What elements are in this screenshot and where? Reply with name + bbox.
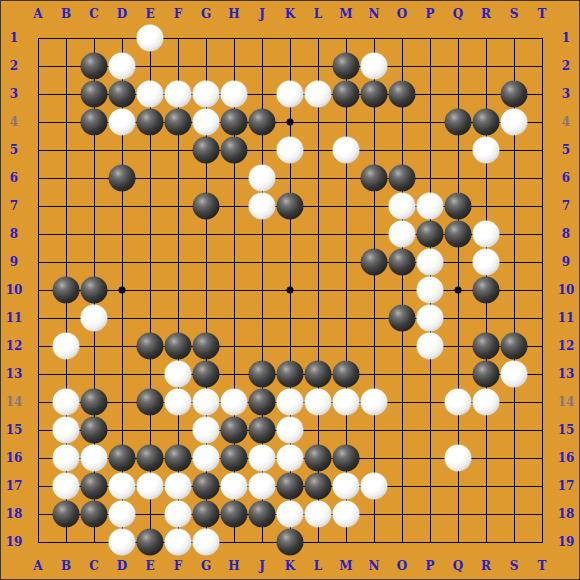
stone-white bbox=[473, 249, 500, 276]
column-label: Q bbox=[453, 8, 463, 20]
row-label: 13 bbox=[558, 368, 575, 380]
stone-black bbox=[221, 109, 248, 136]
column-label: T bbox=[538, 560, 547, 572]
row-label: 9 bbox=[562, 256, 570, 268]
column-label: H bbox=[228, 560, 239, 572]
row-label: 15 bbox=[558, 424, 575, 436]
grid-line-vertical bbox=[542, 38, 543, 543]
grid-line-vertical bbox=[374, 38, 375, 543]
column-label: C bbox=[89, 8, 99, 20]
stone-black bbox=[193, 333, 220, 360]
stone-white bbox=[221, 473, 248, 500]
stone-black bbox=[193, 361, 220, 388]
stone-black bbox=[445, 221, 472, 248]
stone-black bbox=[53, 501, 80, 528]
stone-white bbox=[53, 445, 80, 472]
stone-black bbox=[109, 81, 136, 108]
stone-white bbox=[277, 81, 304, 108]
stone-black bbox=[81, 53, 108, 80]
stone-black bbox=[473, 361, 500, 388]
column-label: J bbox=[259, 560, 265, 572]
column-label: E bbox=[145, 8, 154, 20]
stone-black bbox=[221, 137, 248, 164]
stone-black bbox=[81, 473, 108, 500]
row-label: 6 bbox=[562, 172, 570, 184]
stone-white bbox=[53, 389, 80, 416]
stone-black bbox=[221, 501, 248, 528]
stone-black bbox=[361, 165, 388, 192]
column-label: G bbox=[201, 8, 211, 20]
row-label: 2 bbox=[562, 60, 570, 72]
column-label: B bbox=[61, 560, 71, 572]
row-label: 1 bbox=[10, 32, 18, 44]
stone-black bbox=[165, 109, 192, 136]
column-label: M bbox=[339, 8, 352, 20]
row-label: 14 bbox=[558, 396, 575, 408]
row-label: 8 bbox=[562, 228, 570, 240]
stone-white bbox=[501, 109, 528, 136]
stone-white bbox=[137, 473, 164, 500]
star-point bbox=[119, 287, 126, 294]
stone-white bbox=[361, 473, 388, 500]
stone-black bbox=[249, 501, 276, 528]
stone-white bbox=[193, 529, 220, 556]
stone-black bbox=[81, 389, 108, 416]
stone-white bbox=[501, 361, 528, 388]
stone-black bbox=[81, 277, 108, 304]
stone-black bbox=[193, 473, 220, 500]
stone-white bbox=[473, 389, 500, 416]
row-label: 1 bbox=[562, 32, 570, 44]
stone-black bbox=[501, 81, 528, 108]
row-label: 18 bbox=[558, 508, 575, 520]
row-label: 4 bbox=[10, 116, 18, 128]
stone-black bbox=[193, 501, 220, 528]
row-label: 11 bbox=[6, 312, 23, 324]
column-label: R bbox=[481, 8, 491, 20]
stone-black bbox=[277, 473, 304, 500]
stone-black bbox=[165, 445, 192, 472]
row-label: 12 bbox=[558, 340, 575, 352]
column-label: O bbox=[397, 560, 407, 572]
stone-white bbox=[333, 389, 360, 416]
row-label: 12 bbox=[6, 340, 23, 352]
column-label: R bbox=[481, 560, 491, 572]
grid-line-horizontal bbox=[38, 346, 543, 347]
column-label: H bbox=[228, 8, 239, 20]
column-label: F bbox=[174, 8, 183, 20]
stone-white bbox=[277, 501, 304, 528]
row-label: 17 bbox=[6, 480, 23, 492]
column-label: K bbox=[285, 8, 295, 20]
stone-white bbox=[165, 81, 192, 108]
column-label: F bbox=[174, 560, 183, 572]
stone-white bbox=[221, 389, 248, 416]
row-label: 2 bbox=[10, 60, 18, 72]
stone-black bbox=[305, 473, 332, 500]
column-label: T bbox=[538, 8, 547, 20]
stone-white bbox=[389, 221, 416, 248]
column-label: L bbox=[314, 8, 322, 20]
stone-white bbox=[221, 81, 248, 108]
grid-line-horizontal bbox=[38, 318, 543, 319]
stone-black bbox=[389, 249, 416, 276]
column-label: N bbox=[369, 560, 380, 572]
column-label: M bbox=[339, 560, 352, 572]
stone-white bbox=[277, 417, 304, 444]
column-label: S bbox=[510, 8, 519, 20]
go-board-frame: AABBCCDDEEFFGGHHJJKKLLMMNNOOPPQQRRSSTT11… bbox=[0, 0, 580, 580]
row-label: 5 bbox=[10, 144, 18, 156]
star-point bbox=[455, 287, 462, 294]
row-label: 18 bbox=[6, 508, 23, 520]
stone-black bbox=[473, 277, 500, 304]
stone-black bbox=[277, 529, 304, 556]
row-label: 7 bbox=[562, 200, 570, 212]
column-label: E bbox=[145, 560, 154, 572]
stone-black bbox=[277, 361, 304, 388]
stone-black bbox=[221, 445, 248, 472]
column-label: K bbox=[285, 560, 295, 572]
row-label: 16 bbox=[558, 452, 575, 464]
stone-white bbox=[193, 389, 220, 416]
stone-black bbox=[277, 193, 304, 220]
stone-white bbox=[109, 501, 136, 528]
stone-white bbox=[109, 529, 136, 556]
stone-black bbox=[445, 193, 472, 220]
stone-black bbox=[333, 361, 360, 388]
stone-black bbox=[81, 109, 108, 136]
stone-white bbox=[193, 417, 220, 444]
row-label: 6 bbox=[10, 172, 18, 184]
star-point bbox=[287, 287, 294, 294]
row-label: 4 bbox=[562, 116, 570, 128]
stone-black bbox=[333, 81, 360, 108]
stone-black bbox=[333, 445, 360, 472]
row-label: 11 bbox=[558, 312, 575, 324]
stone-white bbox=[389, 193, 416, 220]
column-label: P bbox=[425, 8, 434, 20]
stone-white bbox=[333, 473, 360, 500]
stone-black bbox=[137, 529, 164, 556]
column-label: G bbox=[201, 560, 211, 572]
stone-white bbox=[333, 501, 360, 528]
column-label: S bbox=[510, 560, 519, 572]
column-label: D bbox=[117, 8, 127, 20]
stone-black bbox=[249, 389, 276, 416]
stone-black bbox=[473, 109, 500, 136]
stone-black bbox=[249, 109, 276, 136]
stone-black bbox=[53, 277, 80, 304]
stone-black bbox=[165, 333, 192, 360]
star-point bbox=[287, 119, 294, 126]
stone-black bbox=[109, 445, 136, 472]
stone-black bbox=[193, 193, 220, 220]
row-label: 19 bbox=[558, 536, 575, 548]
stone-white bbox=[417, 193, 444, 220]
row-label: 10 bbox=[558, 284, 575, 296]
stone-black bbox=[81, 417, 108, 444]
row-label: 19 bbox=[6, 536, 23, 548]
stone-white bbox=[249, 445, 276, 472]
column-label: B bbox=[61, 8, 71, 20]
column-label: L bbox=[314, 560, 322, 572]
stone-black bbox=[389, 165, 416, 192]
stone-black bbox=[445, 109, 472, 136]
stone-white bbox=[53, 333, 80, 360]
stone-white bbox=[109, 473, 136, 500]
stone-white bbox=[53, 417, 80, 444]
column-label: N bbox=[369, 8, 380, 20]
stone-black bbox=[193, 137, 220, 164]
stone-white bbox=[165, 501, 192, 528]
column-label: Q bbox=[453, 560, 463, 572]
stone-black bbox=[361, 249, 388, 276]
stone-black bbox=[417, 221, 444, 248]
stone-black bbox=[109, 165, 136, 192]
stone-white bbox=[417, 305, 444, 332]
stone-white bbox=[277, 137, 304, 164]
stone-white bbox=[361, 53, 388, 80]
stone-black bbox=[333, 53, 360, 80]
stone-black bbox=[305, 361, 332, 388]
stone-black bbox=[81, 81, 108, 108]
stone-black bbox=[501, 333, 528, 360]
stone-white bbox=[417, 249, 444, 276]
stone-white bbox=[137, 81, 164, 108]
column-label: C bbox=[89, 560, 99, 572]
row-label: 9 bbox=[10, 256, 18, 268]
stone-white bbox=[109, 109, 136, 136]
column-label: A bbox=[33, 560, 42, 572]
stone-white bbox=[193, 109, 220, 136]
row-label: 16 bbox=[6, 452, 23, 464]
column-label: J bbox=[259, 8, 265, 20]
stone-black bbox=[361, 81, 388, 108]
stone-white bbox=[193, 81, 220, 108]
stone-black bbox=[221, 417, 248, 444]
stone-white bbox=[249, 165, 276, 192]
stone-white bbox=[81, 305, 108, 332]
stone-white bbox=[277, 389, 304, 416]
stone-white bbox=[137, 25, 164, 52]
stone-white bbox=[277, 445, 304, 472]
stone-white bbox=[361, 389, 388, 416]
stone-white bbox=[305, 81, 332, 108]
stone-black bbox=[249, 417, 276, 444]
stone-white bbox=[305, 389, 332, 416]
stone-white bbox=[249, 193, 276, 220]
stone-white bbox=[109, 53, 136, 80]
stone-white bbox=[53, 473, 80, 500]
row-label: 5 bbox=[562, 144, 570, 156]
stone-white bbox=[165, 361, 192, 388]
column-label: A bbox=[33, 8, 42, 20]
row-label: 7 bbox=[10, 200, 18, 212]
stone-black bbox=[81, 501, 108, 528]
stone-black bbox=[473, 333, 500, 360]
stone-white bbox=[473, 137, 500, 164]
row-label: 8 bbox=[10, 228, 18, 240]
stone-white bbox=[445, 389, 472, 416]
stone-black bbox=[137, 445, 164, 472]
row-label: 14 bbox=[6, 396, 23, 408]
row-label: 3 bbox=[10, 88, 18, 100]
stone-white bbox=[333, 137, 360, 164]
stone-white bbox=[305, 501, 332, 528]
column-label: P bbox=[425, 560, 434, 572]
stone-white bbox=[193, 445, 220, 472]
column-label: O bbox=[397, 8, 407, 20]
stone-black bbox=[389, 81, 416, 108]
stone-black bbox=[389, 305, 416, 332]
stone-white bbox=[417, 277, 444, 304]
row-label: 17 bbox=[558, 480, 575, 492]
stone-white bbox=[165, 473, 192, 500]
stone-white bbox=[81, 445, 108, 472]
stone-black bbox=[249, 361, 276, 388]
stone-white bbox=[473, 221, 500, 248]
stone-white bbox=[417, 333, 444, 360]
stone-white bbox=[165, 529, 192, 556]
stone-white bbox=[165, 389, 192, 416]
stone-black bbox=[137, 333, 164, 360]
column-label: D bbox=[117, 560, 127, 572]
row-label: 13 bbox=[6, 368, 23, 380]
stone-white bbox=[249, 473, 276, 500]
row-label: 10 bbox=[6, 284, 23, 296]
grid-line-vertical bbox=[402, 38, 403, 543]
stone-white bbox=[445, 445, 472, 472]
row-label: 15 bbox=[6, 424, 23, 436]
stone-black bbox=[305, 445, 332, 472]
stone-black bbox=[137, 109, 164, 136]
stone-black bbox=[137, 389, 164, 416]
row-label: 3 bbox=[562, 88, 570, 100]
